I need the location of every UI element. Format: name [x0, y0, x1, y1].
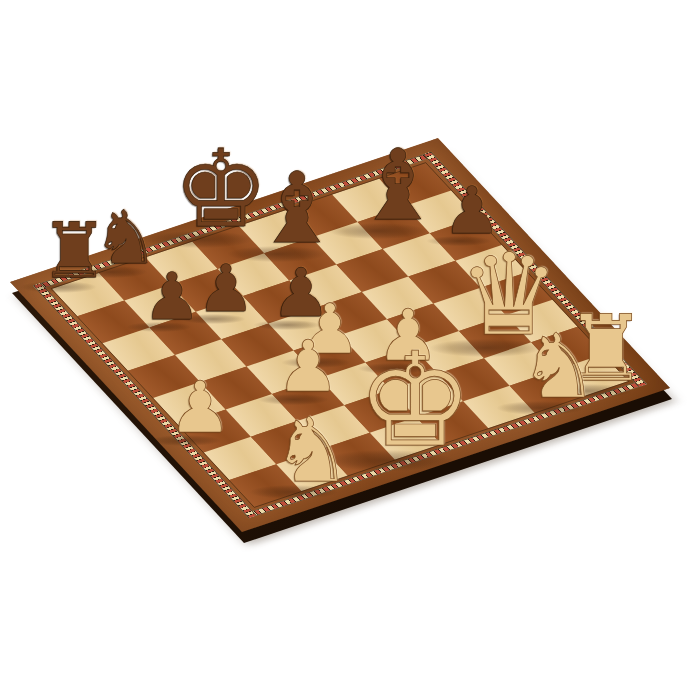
piece-black-bishop-e7[interactable]: ♝ — [253, 159, 341, 257]
white-knight-glyph: ♞ — [519, 322, 599, 411]
black-rook-glyph: ♜ — [40, 213, 108, 289]
piece-black-rook-a8[interactable]: ♜ — [40, 213, 108, 289]
white-king-glyph: ♚ — [357, 335, 474, 465]
piece-white-knight-g1[interactable]: ♞ — [519, 322, 599, 411]
piece-black-bishop-g7[interactable]: ♝ — [354, 136, 442, 234]
piece-black-pawn-b6[interactable]: ♟ — [143, 264, 201, 329]
chess-photo-stage: ♜♞♚♝♝♟♟♟♟♟♟♛♟♟♞♚♞♜ — [0, 0, 700, 700]
black-bishop-glyph: ♝ — [253, 159, 341, 257]
black-pawn-glyph: ♟ — [197, 256, 255, 321]
piece-white-pawn-c3[interactable]: ♟ — [276, 331, 340, 402]
white-knight-glyph: ♞ — [272, 406, 352, 495]
black-pawn-glyph: ♟ — [143, 264, 201, 329]
black-bishop-glyph: ♝ — [354, 136, 442, 234]
white-pawn-glyph: ♟ — [276, 331, 340, 402]
piece-white-king-d1[interactable]: ♚ — [357, 335, 474, 465]
piece-black-pawn-c6[interactable]: ♟ — [197, 256, 255, 321]
piece-white-pawn-a3[interactable]: ♟ — [168, 372, 232, 443]
white-pawn-glyph: ♟ — [168, 372, 232, 443]
piece-white-knight-b1[interactable]: ♞ — [272, 406, 352, 495]
